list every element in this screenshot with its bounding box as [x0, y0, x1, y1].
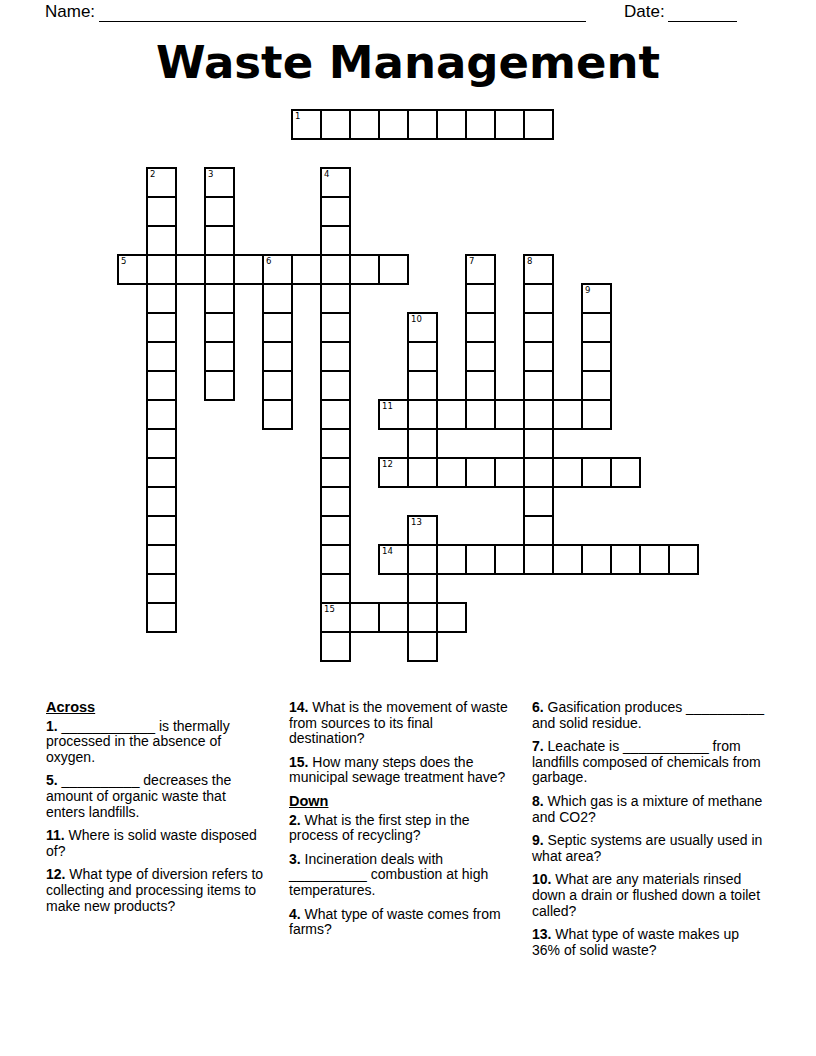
cell-number-13: 13 — [411, 517, 422, 527]
grid-cell-10-15[interactable] — [552, 399, 583, 430]
grid-cell-11-1[interactable] — [146, 428, 177, 459]
grid-cell-10-9[interactable]: 11 — [378, 399, 409, 430]
grid-cell-18-7[interactable] — [320, 631, 351, 662]
clue-column-1: Across1. ____________ is thermally proce… — [46, 700, 266, 922]
cell-number-6: 6 — [266, 256, 271, 266]
grid-cell-7-16[interactable] — [581, 312, 612, 343]
grid-cell-7-1[interactable] — [146, 312, 177, 343]
grid-cell-13-14[interactable] — [523, 486, 554, 517]
clue-12: 12. What type of diversion refers to col… — [46, 867, 266, 914]
grid-cell-2-3[interactable]: 3 — [204, 167, 235, 198]
grid-cell-9-7[interactable] — [320, 370, 351, 401]
cell-number-1: 1 — [295, 111, 300, 121]
clue-4: 4. What type of waste comes from farms? — [289, 907, 510, 938]
grid-cell-10-12[interactable] — [465, 399, 496, 430]
across-clues-header: Across — [46, 700, 266, 716]
clue-1: 1. ____________ is thermally processed i… — [46, 719, 266, 766]
grid-cell-4-3[interactable] — [204, 225, 235, 256]
clue-5: 5. __________ decreases the amount of or… — [46, 773, 266, 820]
clue-13: 13. What type of waste makes up 36% of s… — [532, 927, 764, 958]
clue-number-label-1: 1. — [46, 718, 62, 734]
clue-number-label-10: 10. — [532, 871, 555, 887]
clue-number-label-11: 11. — [46, 827, 69, 843]
grid-cell-17-1[interactable] — [146, 602, 177, 633]
grid-cell-5-8[interactable] — [349, 254, 380, 285]
grid-cell-9-14[interactable] — [523, 370, 554, 401]
grid-cell-14-1[interactable] — [146, 515, 177, 546]
grid-cell-15-10[interactable] — [407, 544, 438, 575]
grid-cell-12-17[interactable] — [610, 457, 641, 488]
grid-cell-12-14[interactable] — [523, 457, 554, 488]
cell-number-2: 2 — [150, 169, 155, 179]
grid-cell-12-11[interactable] — [436, 457, 467, 488]
grid-cell-10-14[interactable] — [523, 399, 554, 430]
grid-cell-12-16[interactable] — [581, 457, 612, 488]
cell-number-7: 7 — [469, 256, 474, 266]
grid-cell-3-3[interactable] — [204, 196, 235, 227]
grid-cell-4-1[interactable] — [146, 225, 177, 256]
grid-cell-13-1[interactable] — [146, 486, 177, 517]
grid-cell-8-16[interactable] — [581, 341, 612, 372]
clue-number-label-7: 7. — [532, 738, 548, 754]
grid-cell-0-11[interactable] — [436, 109, 467, 140]
clue-14: 14. What is the movement of waste from s… — [289, 700, 510, 747]
grid-cell-11-7[interactable] — [320, 428, 351, 459]
clue-10: 10. What are any materials rinsed down a… — [532, 872, 764, 919]
crossword-grid: 123456789101112131415 — [118, 110, 698, 661]
grid-cell-18-10[interactable] — [407, 631, 438, 662]
grid-cell-17-10[interactable] — [407, 602, 438, 633]
grid-cell-0-10[interactable] — [407, 109, 438, 140]
grid-cell-15-17[interactable] — [610, 544, 641, 575]
cell-number-15: 15 — [324, 604, 335, 614]
grid-cell-7-5[interactable] — [262, 312, 293, 343]
grid-cell-6-16[interactable]: 9 — [581, 283, 612, 314]
clue-6: 6. Gasification produces __________ and … — [532, 700, 764, 731]
clue-number-label-2: 2. — [289, 812, 305, 828]
grid-cell-12-12[interactable] — [465, 457, 496, 488]
grid-cell-7-7[interactable] — [320, 312, 351, 343]
grid-cell-5-1[interactable] — [146, 254, 177, 285]
grid-cell-8-14[interactable] — [523, 341, 554, 372]
grid-cell-17-7[interactable]: 15 — [320, 602, 351, 633]
grid-cell-12-9[interactable]: 12 — [378, 457, 409, 488]
grid-cell-17-8[interactable] — [349, 602, 380, 633]
clue-number-label-3: 3. — [289, 851, 305, 867]
clue-number-label-4: 4. — [289, 906, 305, 922]
grid-cell-4-7[interactable] — [320, 225, 351, 256]
grid-cell-16-7[interactable] — [320, 573, 351, 604]
grid-cell-9-12[interactable] — [465, 370, 496, 401]
grid-cell-3-7[interactable] — [320, 196, 351, 227]
grid-cell-5-6[interactable] — [291, 254, 322, 285]
grid-cell-9-3[interactable] — [204, 370, 235, 401]
clue-number-label-8: 8. — [532, 793, 548, 809]
grid-cell-7-3[interactable] — [204, 312, 235, 343]
grid-cell-11-10[interactable] — [407, 428, 438, 459]
grid-cell-5-3[interactable] — [204, 254, 235, 285]
grid-cell-10-1[interactable] — [146, 399, 177, 430]
clue-7: 7. Leachate is ___________ from landfill… — [532, 739, 764, 786]
grid-cell-8-1[interactable] — [146, 341, 177, 372]
clue-number-label-6: 6. — [532, 699, 548, 715]
grid-cell-8-5[interactable] — [262, 341, 293, 372]
grid-cell-10-13[interactable] — [494, 399, 525, 430]
clue-9: 9. Septic systems are usually used in wh… — [532, 833, 764, 864]
date-blank-line — [668, 3, 737, 22]
grid-cell-12-7[interactable] — [320, 457, 351, 488]
clue-3: 3. Incineration deals with __________ co… — [289, 852, 510, 899]
clue-2: 2. What is the first step in the process… — [289, 813, 510, 844]
grid-cell-10-5[interactable] — [262, 399, 293, 430]
grid-cell-6-5[interactable] — [262, 283, 293, 314]
clue-8: 8. Which gas is a mixture of methane and… — [532, 794, 764, 825]
grid-cell-10-11[interactable] — [436, 399, 467, 430]
clue-number-label-13: 13. — [532, 926, 555, 942]
grid-cell-9-5[interactable] — [262, 370, 293, 401]
grid-cell-0-6[interactable]: 1 — [291, 109, 322, 140]
grid-cell-14-10[interactable]: 13 — [407, 515, 438, 546]
cell-number-3: 3 — [208, 169, 213, 179]
grid-cell-0-7[interactable] — [320, 109, 351, 140]
grid-cell-5-4[interactable] — [233, 254, 264, 285]
clue-11: 11. Where is solid waste disposed of? — [46, 828, 266, 859]
grid-cell-15-11[interactable] — [436, 544, 467, 575]
grid-cell-12-1[interactable] — [146, 457, 177, 488]
grid-cell-15-18[interactable] — [639, 544, 670, 575]
cell-number-12: 12 — [382, 459, 393, 469]
grid-cell-11-14[interactable] — [523, 428, 554, 459]
cell-number-14: 14 — [382, 546, 393, 556]
grid-cell-8-12[interactable] — [465, 341, 496, 372]
grid-cell-15-7[interactable] — [320, 544, 351, 575]
clue-number-label-15: 15. — [289, 754, 312, 770]
page-title: Waste Management — [0, 36, 816, 89]
cell-number-8: 8 — [527, 256, 532, 266]
grid-cell-3-1[interactable] — [146, 196, 177, 227]
grid-cell-12-15[interactable] — [552, 457, 583, 488]
grid-cell-14-14[interactable] — [523, 515, 554, 546]
grid-cell-9-1[interactable] — [146, 370, 177, 401]
grid-cell-5-2[interactable] — [175, 254, 206, 285]
grid-cell-6-7[interactable] — [320, 283, 351, 314]
clue-number-label-14: 14. — [289, 699, 312, 715]
grid-cell-6-1[interactable] — [146, 283, 177, 314]
clue-15: 15. How many steps does the municipal se… — [289, 755, 510, 786]
grid-cell-17-9[interactable] — [378, 602, 409, 633]
grid-cell-16-1[interactable] — [146, 573, 177, 604]
clue-column-3: 6. Gasification produces __________ and … — [532, 700, 764, 966]
grid-cell-8-3[interactable] — [204, 341, 235, 372]
grid-cell-0-9[interactable] — [378, 109, 409, 140]
grid-cell-5-0[interactable]: 5 — [117, 254, 148, 285]
grid-cell-8-10[interactable] — [407, 341, 438, 372]
grid-cell-5-7[interactable] — [320, 254, 351, 285]
date-label: Date: — [624, 2, 665, 22]
name-label: Name: — [45, 2, 95, 22]
grid-cell-0-12[interactable] — [465, 109, 496, 140]
grid-cell-2-1[interactable]: 2 — [146, 167, 177, 198]
grid-cell-16-10[interactable] — [407, 573, 438, 604]
cell-number-10: 10 — [411, 314, 422, 324]
grid-cell-9-16[interactable] — [581, 370, 612, 401]
grid-cell-5-5[interactable]: 6 — [262, 254, 293, 285]
clue-number-label-9: 9. — [532, 832, 548, 848]
grid-cell-5-12[interactable]: 7 — [465, 254, 496, 285]
grid-cell-10-7[interactable] — [320, 399, 351, 430]
name-blank-line — [99, 3, 586, 22]
grid-cell-12-10[interactable] — [407, 457, 438, 488]
grid-cell-13-7[interactable] — [320, 486, 351, 517]
grid-cell-5-14[interactable]: 8 — [523, 254, 554, 285]
grid-cell-6-14[interactable] — [523, 283, 554, 314]
grid-cell-15-19[interactable] — [668, 544, 699, 575]
grid-cell-7-14[interactable] — [523, 312, 554, 343]
grid-cell-2-7[interactable]: 4 — [320, 167, 351, 198]
grid-cell-15-12[interactable] — [465, 544, 496, 575]
grid-cell-14-7[interactable] — [320, 515, 351, 546]
grid-cell-6-12[interactable] — [465, 283, 496, 314]
cell-number-11: 11 — [382, 401, 393, 411]
grid-cell-5-9[interactable] — [378, 254, 409, 285]
grid-cell-9-10[interactable] — [407, 370, 438, 401]
clue-number-label-12: 12. — [46, 866, 69, 882]
cell-number-4: 4 — [324, 169, 329, 179]
grid-cell-15-13[interactable] — [494, 544, 525, 575]
clue-number-label-5: 5. — [46, 772, 62, 788]
grid-cell-10-10[interactable] — [407, 399, 438, 430]
grid-cell-15-16[interactable] — [581, 544, 612, 575]
grid-cell-12-13[interactable] — [494, 457, 525, 488]
cell-number-5: 5 — [121, 256, 126, 266]
cell-number-9: 9 — [585, 285, 590, 295]
grid-cell-7-10[interactable]: 10 — [407, 312, 438, 343]
grid-cell-15-1[interactable] — [146, 544, 177, 575]
grid-cell-0-14[interactable] — [523, 109, 554, 140]
grid-cell-8-7[interactable] — [320, 341, 351, 372]
clue-column-2: 14. What is the movement of waste from s… — [289, 700, 510, 946]
grid-cell-17-11[interactable] — [436, 602, 467, 633]
grid-cell-0-8[interactable] — [349, 109, 380, 140]
grid-cell-15-14[interactable] — [523, 544, 554, 575]
grid-cell-7-12[interactable] — [465, 312, 496, 343]
grid-cell-10-16[interactable] — [581, 399, 612, 430]
down-clues-header: Down — [289, 794, 510, 810]
grid-cell-15-9[interactable]: 14 — [378, 544, 409, 575]
worksheet-page: { "game": "crossword", "title": "Waste M… — [0, 0, 816, 1056]
grid-cell-15-15[interactable] — [552, 544, 583, 575]
grid-cell-6-3[interactable] — [204, 283, 235, 314]
grid-cell-0-13[interactable] — [494, 109, 525, 140]
